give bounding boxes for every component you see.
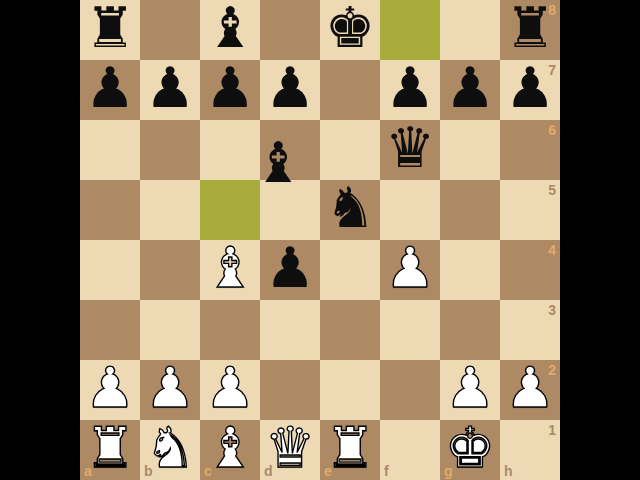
- white-rook[interactable]: ♜: [85, 420, 135, 476]
- square-b1[interactable]: ♞b: [140, 420, 200, 480]
- square-a4[interactable]: [80, 240, 140, 300]
- square-d3[interactable]: [260, 300, 320, 360]
- square-h3[interactable]: 3: [500, 300, 560, 360]
- square-b4[interactable]: [140, 240, 200, 300]
- white-pawn[interactable]: ♟: [505, 360, 555, 416]
- square-c4[interactable]: ♝: [200, 240, 260, 300]
- square-f4[interactable]: ♟: [380, 240, 440, 300]
- square-f3[interactable]: [380, 300, 440, 360]
- square-g6[interactable]: [440, 120, 500, 180]
- rank-label-4: 4: [548, 242, 556, 258]
- square-e1[interactable]: ♜e: [320, 420, 380, 480]
- square-d1[interactable]: ♛d: [260, 420, 320, 480]
- file-label-h: h: [504, 463, 513, 479]
- square-f7[interactable]: ♟: [380, 60, 440, 120]
- square-d8[interactable]: [260, 0, 320, 60]
- square-c2[interactable]: ♟: [200, 360, 260, 420]
- rank-label-3: 3: [548, 302, 556, 318]
- letterbox-left: [0, 0, 80, 480]
- rank-label-6: 6: [548, 122, 556, 138]
- square-a3[interactable]: [80, 300, 140, 360]
- square-g4[interactable]: [440, 240, 500, 300]
- rank-label-1: 1: [548, 422, 556, 438]
- black-pawn[interactable]: ♟: [505, 60, 555, 116]
- black-pawn[interactable]: ♟: [385, 60, 435, 116]
- square-c6[interactable]: [200, 120, 260, 180]
- square-f5[interactable]: [380, 180, 440, 240]
- square-e5[interactable]: ♞: [320, 180, 380, 240]
- square-e7[interactable]: [320, 60, 380, 120]
- black-pawn[interactable]: ♟: [445, 60, 495, 116]
- square-a7[interactable]: ♟: [80, 60, 140, 120]
- square-b7[interactable]: ♟: [140, 60, 200, 120]
- square-d2[interactable]: [260, 360, 320, 420]
- square-e4[interactable]: [320, 240, 380, 300]
- square-h7[interactable]: ♟7: [500, 60, 560, 120]
- white-pawn[interactable]: ♟: [145, 360, 195, 416]
- black-queen[interactable]: ♛: [385, 120, 435, 176]
- square-a8[interactable]: ♜: [80, 0, 140, 60]
- square-c3[interactable]: [200, 300, 260, 360]
- black-knight[interactable]: ♞: [325, 180, 375, 236]
- white-king[interactable]: ♚: [445, 420, 495, 476]
- square-e6[interactable]: [320, 120, 380, 180]
- square-a5[interactable]: [80, 180, 140, 240]
- square-g2[interactable]: ♟: [440, 360, 500, 420]
- square-h8[interactable]: ♜8: [500, 0, 560, 60]
- square-b8[interactable]: [140, 0, 200, 60]
- square-d5[interactable]: [260, 180, 320, 240]
- square-a1[interactable]: ♜a: [80, 420, 140, 480]
- white-pawn[interactable]: ♟: [85, 360, 135, 416]
- square-c5[interactable]: [200, 180, 260, 240]
- black-pawn[interactable]: ♟: [265, 60, 315, 116]
- white-knight[interactable]: ♞: [145, 420, 195, 476]
- square-a2[interactable]: ♟: [80, 360, 140, 420]
- white-rook[interactable]: ♜: [325, 420, 375, 476]
- letterbox-right: [560, 0, 640, 480]
- square-f1[interactable]: f: [380, 420, 440, 480]
- white-pawn[interactable]: ♟: [385, 240, 435, 296]
- square-d7[interactable]: ♟: [260, 60, 320, 120]
- white-pawn[interactable]: ♟: [445, 360, 495, 416]
- square-h6[interactable]: 6: [500, 120, 560, 180]
- black-rook[interactable]: ♜: [505, 0, 555, 56]
- square-h1[interactable]: 1h: [500, 420, 560, 480]
- square-g7[interactable]: ♟: [440, 60, 500, 120]
- square-b2[interactable]: ♟: [140, 360, 200, 420]
- square-c8[interactable]: ♝: [200, 0, 260, 60]
- square-d6[interactable]: [260, 120, 320, 180]
- square-h5[interactable]: 5: [500, 180, 560, 240]
- square-c1[interactable]: ♝c: [200, 420, 260, 480]
- chess-board[interactable]: ♜♝♚♜8♟♟♟♟♟♟♟7♛6♞5♝♟♟43♟♟♟♟♟2♜a♞b♝c♛d♜ef♚…: [80, 0, 560, 480]
- black-pawn[interactable]: ♟: [205, 60, 255, 116]
- square-c7[interactable]: ♟: [200, 60, 260, 120]
- square-g3[interactable]: [440, 300, 500, 360]
- rank-label-5: 5: [548, 182, 556, 198]
- white-queen[interactable]: ♛: [265, 420, 315, 476]
- square-g1[interactable]: ♚g: [440, 420, 500, 480]
- white-pawn[interactable]: ♟: [205, 360, 255, 416]
- square-b6[interactable]: [140, 120, 200, 180]
- square-b3[interactable]: [140, 300, 200, 360]
- file-label-f: f: [384, 463, 389, 479]
- square-f2[interactable]: [380, 360, 440, 420]
- black-pawn[interactable]: ♟: [265, 240, 315, 296]
- square-g5[interactable]: [440, 180, 500, 240]
- black-rook[interactable]: ♜: [85, 0, 135, 56]
- black-bishop[interactable]: ♝: [205, 0, 255, 56]
- square-e2[interactable]: [320, 360, 380, 420]
- square-h4[interactable]: 4: [500, 240, 560, 300]
- white-bishop[interactable]: ♝: [205, 240, 255, 296]
- square-f8[interactable]: [380, 0, 440, 60]
- square-b5[interactable]: [140, 180, 200, 240]
- white-bishop[interactable]: ♝: [205, 420, 255, 476]
- square-g8[interactable]: [440, 0, 500, 60]
- black-king[interactable]: ♚: [325, 0, 375, 56]
- square-d4[interactable]: ♟: [260, 240, 320, 300]
- square-f6[interactable]: ♛: [380, 120, 440, 180]
- square-e3[interactable]: [320, 300, 380, 360]
- square-h2[interactable]: ♟2: [500, 360, 560, 420]
- black-pawn[interactable]: ♟: [145, 60, 195, 116]
- black-pawn[interactable]: ♟: [85, 60, 135, 116]
- square-e8[interactable]: ♚: [320, 0, 380, 60]
- app-window: ♜♝♚♜8♟♟♟♟♟♟♟7♛6♞5♝♟♟43♟♟♟♟♟2♜a♞b♝c♛d♜ef♚…: [0, 0, 640, 480]
- square-a6[interactable]: [80, 120, 140, 180]
